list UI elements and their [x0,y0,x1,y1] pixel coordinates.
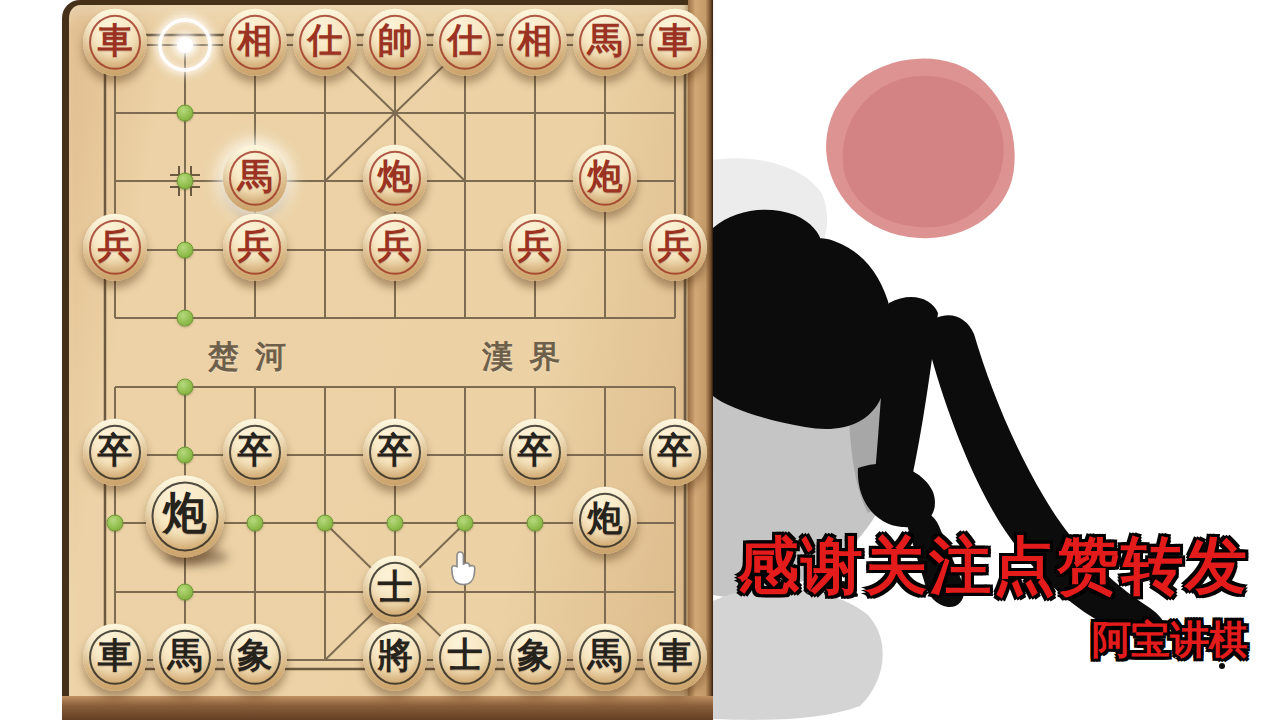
channel-name-text: 阿宝讲棋 [1092,613,1248,667]
piece-black-soldier[interactable]: 卒 [363,419,427,486]
piece-red-advisor[interactable]: 仕 [293,9,357,76]
legal-move-dot[interactable] [107,515,124,532]
legal-move-dot[interactable] [527,515,544,532]
piece-glyph: 車 [658,23,693,58]
piece-black-horse[interactable]: 馬 [573,624,637,691]
piece-red-elephant[interactable]: 相 [503,9,567,76]
piece-red-chariot[interactable]: 車 [83,9,147,76]
piece-red-soldier[interactable]: 兵 [503,214,567,281]
legal-move-dot[interactable] [177,584,194,601]
piece-glyph: 象 [518,638,553,673]
piece-glyph: 相 [518,23,553,58]
piece-glyph: 馬 [588,23,623,58]
piece-glyph: 車 [98,638,133,673]
piece-red-advisor[interactable]: 仕 [433,9,497,76]
piece-black-soldier[interactable]: 卒 [643,419,707,486]
piece-glyph: 炮 [588,159,623,194]
piece-black-soldier[interactable]: 卒 [503,419,567,486]
piece-glyph: 炮 [163,492,207,536]
mouse-hand-cursor [447,549,479,589]
river-label-left: 楚河 [208,336,302,378]
piece-black-advisor[interactable]: 士 [433,624,497,691]
legal-move-dot[interactable] [177,242,194,259]
piece-glyph: 車 [658,638,693,673]
piece-red-soldier[interactable]: 兵 [83,214,147,281]
piece-black-elephant[interactable]: 象 [503,624,567,691]
legal-move-dot[interactable] [247,515,264,532]
piece-red-cannon[interactable]: 炮 [363,145,427,212]
piece-glyph: 車 [98,23,133,58]
piece-red-horse[interactable]: 馬 [573,9,637,76]
piece-glyph: 炮 [588,501,623,536]
piece-red-cannon[interactable]: 炮 [573,145,637,212]
legal-move-dot[interactable] [177,105,194,122]
piece-black-advisor[interactable]: 士 [363,556,427,623]
piece-black-soldier[interactable]: 卒 [83,419,147,486]
piece-red-elephant[interactable]: 相 [223,9,287,76]
piece-glyph: 兵 [98,228,133,263]
legal-move-dot[interactable] [177,173,194,190]
legal-move-dot[interactable] [177,310,194,327]
piece-glyph: 兵 [378,228,413,263]
legal-move-dot[interactable] [177,379,194,396]
piece-glyph: 將 [378,638,413,673]
piece-red-soldier[interactable]: 兵 [643,214,707,281]
screen: 楚河 漢界 車相仕帥仕相馬車馬炮炮兵兵兵兵兵卒卒卒卒卒炮炮士車馬象將士象馬車 感… [0,0,1280,720]
thanks-banner-text: 感谢关注点赞转发 [737,524,1249,608]
piece-glyph: 兵 [658,228,693,263]
last-move-origin-ring [158,18,212,72]
piece-black-soldier[interactable]: 卒 [223,419,287,486]
piece-red-soldier[interactable]: 兵 [363,214,427,281]
piece-black-cannon[interactable]: 炮 [146,475,225,557]
piece-red-horse[interactable]: 馬 [223,145,287,212]
piece-glyph: 馬 [168,638,203,673]
piece-glyph: 卒 [658,433,693,468]
piece-glyph: 象 [238,638,273,673]
piece-glyph: 仕 [448,23,483,58]
piece-glyph: 卒 [238,433,273,468]
piece-glyph: 仕 [308,23,343,58]
river-label-right: 漢界 [482,336,576,378]
piece-glyph: 卒 [518,433,553,468]
piece-glyph: 兵 [238,228,273,263]
piece-glyph: 士 [378,570,413,605]
piece-black-chariot[interactable]: 車 [83,624,147,691]
piece-red-soldier[interactable]: 兵 [223,214,287,281]
piece-red-chariot[interactable]: 車 [643,9,707,76]
piece-black-chariot[interactable]: 車 [643,624,707,691]
legal-move-dot[interactable] [177,447,194,464]
legal-move-dot[interactable] [317,515,334,532]
piece-glyph: 馬 [238,159,273,194]
piece-glyph: 卒 [98,433,133,468]
piece-glyph: 兵 [518,228,553,263]
piece-glyph: 相 [238,23,273,58]
piece-black-cannon[interactable]: 炮 [573,487,637,554]
piece-red-general[interactable]: 帥 [363,9,427,76]
piece-glyph: 帥 [378,23,413,58]
piece-glyph: 炮 [378,159,413,194]
piece-glyph: 士 [448,638,483,673]
piece-black-elephant[interactable]: 象 [223,624,287,691]
legal-move-dot[interactable] [387,515,404,532]
piece-glyph: 馬 [588,638,623,673]
piece-black-general[interactable]: 將 [363,624,427,691]
piece-glyph: 卒 [378,433,413,468]
piece-black-horse[interactable]: 馬 [153,624,217,691]
legal-move-dot[interactable] [457,515,474,532]
